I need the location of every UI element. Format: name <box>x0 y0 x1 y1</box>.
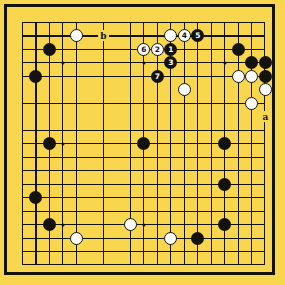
star-point <box>61 142 64 145</box>
go-board: 5137462ba <box>16 16 273 273</box>
white-stone <box>232 70 245 83</box>
point-label-b: b <box>98 30 109 41</box>
star-point <box>142 61 145 64</box>
white-stone <box>70 232 83 245</box>
star-point <box>61 223 64 226</box>
black-stone <box>43 43 56 56</box>
star-point <box>223 61 226 64</box>
star-point <box>61 61 64 64</box>
point-label-a: a <box>260 111 271 122</box>
black-stone <box>259 70 272 83</box>
white-stone <box>259 83 272 96</box>
star-point <box>142 223 145 226</box>
black-stone-move-7: 7 <box>151 70 164 83</box>
black-stone <box>259 56 272 69</box>
white-stone-move-2: 2 <box>151 43 164 56</box>
black-stone <box>232 43 245 56</box>
